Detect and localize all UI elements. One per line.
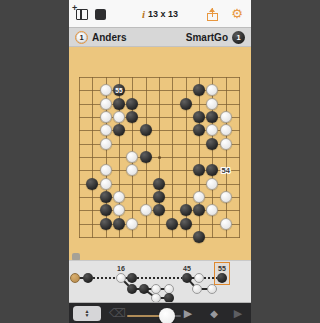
stepper-down-icon[interactable]: ▼: [85, 313, 90, 318]
stone-black: [193, 124, 205, 136]
stone-black: [126, 111, 138, 123]
stone-white: [193, 191, 205, 203]
stone-white: [113, 191, 125, 203]
tree-node-w[interactable]: [151, 293, 161, 303]
tree-node-w[interactable]: [116, 273, 126, 283]
backspace-icon[interactable]: ⌫: [109, 306, 126, 320]
stone-black: [180, 98, 192, 110]
stone-black: [100, 218, 112, 230]
stone-white: [100, 111, 112, 123]
tree-dotted-connector: [137, 277, 182, 280]
stone-white: [100, 178, 112, 190]
tree-move-number: 16: [117, 265, 125, 272]
stone-white: [220, 111, 232, 123]
tree-node-w[interactable]: [207, 284, 217, 294]
move-slider-thumb[interactable]: [159, 308, 175, 323]
stone-black: [140, 124, 152, 136]
stone-white: [206, 84, 218, 96]
stone-white: [206, 124, 218, 136]
player-right-name: SmartGo: [186, 32, 228, 43]
stone-white: [220, 218, 232, 230]
diamond-icon[interactable]: ◆: [207, 303, 221, 323]
stone-white: [100, 124, 112, 136]
grid-line-v: [172, 77, 173, 238]
white-capture-badge: 1: [75, 31, 88, 44]
grid-line-v: [226, 77, 227, 238]
stone-black: [113, 124, 125, 136]
stone-white: [100, 164, 112, 176]
stone-white: [126, 218, 138, 230]
gear-icon[interactable]: ⚙: [231, 6, 243, 22]
move-stepper-button[interactable]: ▲ ▼: [73, 306, 101, 321]
smartgo-app: i 13 x 13 ⚙ 1 Anders SmartGo 1 5554 1645…: [69, 0, 251, 323]
tree-node-b[interactable]: [127, 284, 137, 294]
tree-node-w[interactable]: [192, 284, 202, 294]
player-right[interactable]: SmartGo 1: [186, 31, 245, 44]
stone-black: [193, 231, 205, 243]
stone-black: [193, 84, 205, 96]
tree-node-b[interactable]: [217, 273, 227, 283]
stone-black: [113, 98, 125, 110]
player-bar: 1 Anders SmartGo 1: [69, 28, 251, 47]
stone-white: [140, 204, 152, 216]
tree-node-b[interactable]: [127, 273, 137, 283]
stone-black: [206, 111, 218, 123]
game-tree-panel[interactable]: 164555: [69, 260, 251, 303]
bottom-toolbar: ▲ ▼ ⌫ ▶ ◆ ▶: [69, 303, 251, 323]
share-icon[interactable]: [207, 8, 218, 21]
stone-black: [166, 218, 178, 230]
stone-white: [113, 204, 125, 216]
stone-black: [140, 151, 152, 163]
stone-black: [193, 111, 205, 123]
nav-bar: i 13 x 13 ⚙: [69, 0, 251, 28]
stone-black: [153, 191, 165, 203]
grid-line-v: [239, 77, 240, 238]
stone-black: [100, 204, 112, 216]
stone-white: [126, 151, 138, 163]
stone-white: [206, 98, 218, 110]
stone-black: [113, 218, 125, 230]
stone-black: [126, 98, 138, 110]
black-capture-badge: 1: [232, 31, 245, 44]
stone-black: [153, 204, 165, 216]
stone-white: [113, 111, 125, 123]
tree-node-b[interactable]: [139, 284, 149, 294]
stone-black: [180, 218, 192, 230]
tree-dotted-connector: [93, 277, 116, 280]
stone-white: [100, 98, 112, 110]
stone-black: 55: [113, 84, 125, 96]
grid-line-h: [79, 237, 240, 238]
stone-black: [180, 204, 192, 216]
board-size-label: 13 x 13: [148, 9, 178, 19]
stone-white: [126, 164, 138, 176]
tree-move-number: 55: [218, 265, 226, 272]
stone-white: [220, 124, 232, 136]
stone-black: [86, 178, 98, 190]
stone-black: [100, 191, 112, 203]
move-label-empty-point: 54: [221, 166, 229, 175]
stone-white: [206, 178, 218, 190]
share-arrow-head: [209, 8, 215, 12]
stone-white: [100, 84, 112, 96]
go-board[interactable]: 5554: [69, 47, 251, 260]
info-icon[interactable]: i: [142, 8, 145, 20]
tree-node-b[interactable]: [83, 273, 93, 283]
next-move-icon[interactable]: ▶: [231, 303, 245, 323]
stone-black: [153, 178, 165, 190]
stone-black: [206, 164, 218, 176]
stone-white: [206, 204, 218, 216]
share-box: [207, 13, 218, 21]
tree-node-w[interactable]: [194, 273, 204, 283]
stone-white: [220, 138, 232, 150]
tree-node-b[interactable]: [182, 273, 192, 283]
star-point: [158, 156, 161, 159]
stone-black: [193, 164, 205, 176]
stone-black: [193, 204, 205, 216]
play-icon[interactable]: ▶: [181, 303, 195, 323]
stone-white: [100, 138, 112, 150]
player-left-name: Anders: [92, 32, 126, 43]
stone-white: [220, 191, 232, 203]
tree-node-b[interactable]: [164, 293, 174, 303]
stone-black: [206, 138, 218, 150]
tree-node-root[interactable]: [70, 273, 80, 283]
tree-move-number: 45: [183, 265, 191, 272]
player-left[interactable]: 1 Anders: [75, 31, 126, 44]
board-title[interactable]: i 13 x 13: [69, 0, 251, 28]
